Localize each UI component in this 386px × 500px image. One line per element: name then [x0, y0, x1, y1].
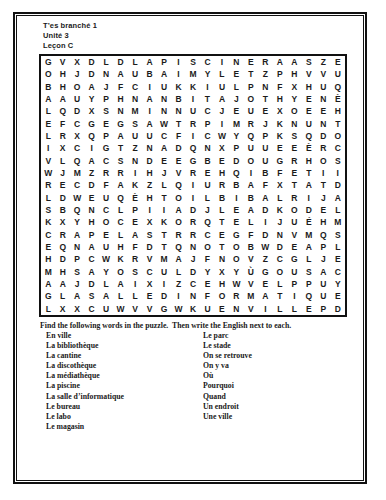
grid-cell-r12c5: U	[99, 192, 113, 204]
grid-cell-r20c13: O	[215, 290, 229, 302]
grid-cell-r6c7: S	[128, 118, 142, 130]
grid-cell-r15c11: R	[186, 229, 200, 241]
grid-cell-r6c5: E	[99, 118, 113, 130]
unit-label: Unité 3	[43, 31, 97, 41]
grid-cell-r11c2: E	[55, 179, 69, 191]
grid-cell-r3c6: F	[113, 81, 127, 93]
grid-cell-r15c21: S	[331, 229, 345, 241]
grid-cell-r1c10: I	[171, 56, 185, 68]
grid-cell-r17c16: Z	[258, 253, 272, 265]
grid-cell-r13c19: D	[302, 204, 316, 216]
grid-cell-r6c1: E	[41, 118, 55, 130]
grid-cell-r15c19: M	[302, 229, 316, 241]
grid-cell-r10c15: I	[244, 167, 258, 179]
grid-cell-r2c19: V	[302, 68, 316, 80]
grid-cell-r10c20: I	[316, 167, 330, 179]
grid-cell-r14c19: É	[302, 216, 316, 228]
grid-cell-r18c1: M	[41, 266, 55, 278]
grid-cell-r18c12: Y	[200, 266, 214, 278]
grid-cell-r5c8: I	[142, 105, 156, 117]
grid-cell-r4c16: T	[258, 93, 272, 105]
grid-cell-r5c16: E	[258, 105, 272, 117]
grid-cell-r10c17: F	[273, 167, 287, 179]
grid-cell-r21c12: U	[200, 303, 214, 315]
grid-cell-r16c12: O	[200, 241, 214, 253]
grid-cell-r6c14: M	[229, 118, 243, 130]
grid-cell-r21c5: U	[99, 303, 113, 315]
grid-cell-r3c10: K	[171, 81, 185, 93]
grid-cell-r21c21: D	[331, 303, 345, 315]
grid-cell-r1c6: D	[113, 56, 127, 68]
grid-cell-r18c2: H	[55, 266, 69, 278]
grid-cell-r3c5: J	[99, 81, 113, 93]
grid-cell-r12c19: I	[302, 192, 316, 204]
grid-cell-r19c2: A	[55, 278, 69, 290]
word-list-left-item-9: Le labo	[46, 412, 124, 422]
grid-cell-r21c9: G	[157, 303, 171, 315]
grid-cell-r7c17: K	[273, 130, 287, 142]
grid-cell-r8c13: X	[215, 142, 229, 154]
grid-cell-r17c11: J	[186, 253, 200, 265]
grid-cell-r9c19: H	[302, 155, 316, 167]
grid-cell-r9c5: C	[99, 155, 113, 167]
grid-cell-r11c20: T	[316, 179, 330, 191]
grid-cell-r20c14: R	[229, 290, 243, 302]
grid-cell-r4c14: J	[229, 93, 243, 105]
grid-cell-r2c10: I	[171, 68, 185, 80]
grid-cell-r17c19: L	[302, 253, 316, 265]
grid-cell-r5c10: N	[171, 105, 185, 117]
grid-cell-r20c20: U	[316, 290, 330, 302]
grid-cell-r3c2: H	[55, 81, 69, 93]
grid-cell-r19c15: V	[244, 278, 258, 290]
grid-cell-r15c18: V	[287, 229, 301, 241]
grid-cell-r5c2: Q	[55, 105, 69, 117]
grid-cell-r7c5: P	[99, 130, 113, 142]
grid-cell-r4c8: A	[142, 93, 156, 105]
grid-cell-r14c13: T	[215, 216, 229, 228]
grid-cell-r11c5: F	[99, 179, 113, 191]
grid-cell-r1c13: I	[215, 56, 229, 68]
grid-cell-r4c21: È	[331, 93, 345, 105]
grid-cell-r20c15: M	[244, 290, 258, 302]
grid-cell-r7c15: Q	[244, 130, 258, 142]
grid-cell-r18c7: S	[128, 266, 142, 278]
grid-cell-r17c4: C	[84, 253, 98, 265]
worksheet-header: T’es branché 1 Unité 3 Leçon C	[43, 21, 97, 51]
word-list-right-item-5: Où	[203, 371, 252, 381]
grid-cell-r5c17: X	[273, 105, 287, 117]
grid-cell-r17c18: G	[287, 253, 301, 265]
grid-cell-r7c11: I	[186, 130, 200, 142]
grid-cell-r10c6: R	[113, 167, 127, 179]
grid-cell-r15c12: C	[200, 229, 214, 241]
grid-cell-r4c4: Y	[84, 93, 98, 105]
word-list-left-item-3: La cantine	[46, 351, 124, 361]
grid-cell-r4c17: H	[273, 93, 287, 105]
grid-cell-r19c6: A	[113, 278, 127, 290]
grid-cell-r15c5: E	[99, 229, 113, 241]
grid-cell-r12c6: Q	[113, 192, 127, 204]
grid-cell-r11c18: T	[287, 179, 301, 191]
grid-cell-r16c18: E	[287, 241, 301, 253]
grid-cell-r5c5: S	[99, 105, 113, 117]
grid-cell-r1c15: E	[244, 56, 258, 68]
grid-cell-r13c16: D	[258, 204, 272, 216]
word-list-left-item-1: En ville	[46, 331, 124, 341]
grid-cell-r16c4: A	[84, 241, 98, 253]
grid-cell-r17c17: C	[273, 253, 287, 265]
grid-cell-r18c13: X	[215, 266, 229, 278]
word-list-right-item-7: Quand	[203, 392, 252, 402]
grid-cell-r16c2: Q	[55, 241, 69, 253]
grid-cell-r6c15: R	[244, 118, 258, 130]
grid-cell-r10c7: I	[128, 167, 142, 179]
grid-cell-r10c18: E	[287, 167, 301, 179]
grid-cell-r7c14: Y	[229, 130, 243, 142]
grid-cell-r21c4: C	[84, 303, 98, 315]
grid-cell-r21c14: N	[229, 303, 243, 315]
grid-cell-r19c3: J	[70, 278, 84, 290]
grid-cell-r6c8: A	[142, 118, 156, 130]
grid-cell-r13c7: P	[128, 204, 142, 216]
grid-cell-r11c17: X	[273, 179, 287, 191]
grid-cell-r14c1: K	[41, 216, 55, 228]
grid-cell-r7c21: O	[331, 130, 345, 142]
grid-cell-r2c5: N	[99, 68, 113, 80]
grid-cell-r18c6: O	[113, 266, 127, 278]
grid-cell-r19c7: I	[128, 278, 142, 290]
grid-cell-r14c7: E	[128, 216, 142, 228]
grid-cell-r6c17: K	[273, 118, 287, 130]
word-list-right-item-1: Le parc	[203, 331, 252, 341]
word-list-left-item-6: La piscine	[46, 381, 124, 391]
grid-cell-r11c1: R	[41, 179, 55, 191]
grid-cell-r4c7: N	[128, 93, 142, 105]
grid-cell-r11c7: K	[128, 179, 142, 191]
grid-cell-r3c7: C	[128, 81, 142, 93]
grid-cell-r9c20: O	[316, 155, 330, 167]
grid-cell-r1c14: N	[229, 56, 243, 68]
grid-cell-r10c4: Z	[84, 167, 98, 179]
grid-cell-r14c5: O	[99, 216, 113, 228]
grid-cell-r5c21: H	[331, 105, 345, 117]
grid-cell-r13c10: A	[171, 204, 185, 216]
grid-cell-r10c9: J	[157, 167, 171, 179]
grid-cell-r12c21: A	[331, 192, 345, 204]
grid-cell-r3c9: U	[157, 81, 171, 93]
grid-cell-r9c11: G	[186, 155, 200, 167]
grid-cell-r6c11: R	[186, 118, 200, 130]
grid-cell-r9c17: G	[273, 155, 287, 167]
grid-cell-r21c13: E	[215, 303, 229, 315]
grid-cell-r6c12: P	[200, 118, 214, 130]
grid-cell-r11c12: U	[200, 179, 214, 191]
word-list-left-item-4: La discothèque	[46, 361, 124, 371]
worksheet-page: T’es branché 1 Unité 3 Leçon C GVXDLDLAP…	[0, 0, 386, 500]
grid-cell-r4c13: A	[215, 93, 229, 105]
grid-cell-r8c1: I	[41, 142, 55, 154]
grid-cell-r10c12: E	[200, 167, 214, 179]
grid-cell-r11c16: F	[258, 179, 272, 191]
grid-cell-r4c3: U	[70, 93, 84, 105]
grid-cell-r21c8: V	[142, 303, 156, 315]
word-list-right-item-8: Un endroit	[203, 402, 252, 412]
grid-cell-r4c18: Y	[287, 93, 301, 105]
grid-cell-r6c6: G	[113, 118, 127, 130]
grid-cell-r6c20: N	[316, 118, 330, 130]
grid-cell-r17c2: D	[55, 253, 69, 265]
grid-cell-r15c1: C	[41, 229, 55, 241]
book-title: T’es branché 1	[43, 21, 97, 31]
grid-cell-r17c6: K	[113, 253, 127, 265]
grid-cell-r6c9: W	[157, 118, 171, 130]
grid-cell-r8c18: E	[287, 142, 301, 154]
grid-cell-r19c5: L	[99, 278, 113, 290]
grid-cell-r8c14: P	[229, 142, 243, 154]
grid-cell-r2c13: L	[215, 68, 229, 80]
grid-cell-r12c12: L	[200, 192, 214, 204]
grid-cell-r4c5: P	[99, 93, 113, 105]
grid-cell-r17c12: F	[200, 253, 214, 265]
grid-cell-r15c13: E	[215, 229, 229, 241]
grid-cell-r4c11: I	[186, 93, 200, 105]
grid-cell-r16c11: N	[186, 241, 200, 253]
grid-cell-r15c10: R	[171, 229, 185, 241]
grid-cell-r2c18: H	[287, 68, 301, 80]
grid-cell-r13c11: D	[186, 204, 200, 216]
grid-cell-r1c21: E	[331, 56, 345, 68]
grid-cell-r3c3: O	[70, 81, 84, 93]
grid-cell-r16c17: D	[273, 241, 287, 253]
grid-cell-r18c17: O	[273, 266, 287, 278]
grid-cell-r8c19: È	[302, 142, 316, 154]
word-search-grid: GVXDLDLAPISCINERAASZEOHJDNAUBAIMYLETZPHV…	[39, 54, 347, 317]
grid-cell-r9c8: D	[142, 155, 156, 167]
word-list-right-item-9: Une ville	[203, 412, 252, 422]
grid-cell-r16c5: U	[99, 241, 113, 253]
grid-cell-r4c6: H	[113, 93, 127, 105]
grid-cell-r13c2: B	[55, 204, 69, 216]
grid-cell-r7c9: C	[157, 130, 171, 142]
grid-cell-r20c3: A	[70, 290, 84, 302]
grid-cell-r21c20: P	[316, 303, 330, 315]
grid-cell-r9c9: E	[157, 155, 171, 167]
grid-cell-r3c8: I	[142, 81, 156, 93]
grid-cell-r18c21: C	[331, 266, 345, 278]
grid-cell-r6c19: U	[302, 118, 316, 130]
grid-cell-r15c9: T	[157, 229, 171, 241]
grid-cell-r12c7: È	[128, 192, 142, 204]
grid-cell-r20c6: L	[113, 290, 127, 302]
grid-cell-r20c4: S	[84, 290, 98, 302]
grid-cell-r10c10: V	[171, 167, 185, 179]
grid-cell-r12c14: I	[229, 192, 243, 204]
grid-cell-r15c6: L	[113, 229, 127, 241]
grid-cell-r17c15: V	[244, 253, 258, 265]
grid-cell-r10c21: I	[331, 167, 345, 179]
grid-cell-r16c7: F	[128, 241, 142, 253]
grid-cell-r12c10: O	[171, 192, 185, 204]
grid-cell-r10c2: J	[55, 167, 69, 179]
grid-cell-r10c5: R	[99, 167, 113, 179]
grid-cell-r16c10: Q	[171, 241, 185, 253]
grid-cell-r21c11: K	[186, 303, 200, 315]
grid-cell-r11c10: Q	[171, 179, 185, 191]
grid-cell-r2c6: A	[113, 68, 127, 80]
grid-cell-r2c7: U	[128, 68, 142, 80]
grid-cell-r15c17: N	[273, 229, 287, 241]
grid-cell-r20c17: T	[273, 290, 287, 302]
grid-cell-r10c11: R	[186, 167, 200, 179]
grid-cell-r21c3: X	[70, 303, 84, 315]
grid-cell-r10c1: W	[41, 167, 55, 179]
grid-cell-r14c18: U	[287, 216, 301, 228]
word-list-left-item-5: La médiathèque	[46, 371, 124, 381]
grid-cell-r13c18: O	[287, 204, 301, 216]
grid-cell-r1c4: D	[84, 56, 98, 68]
grid-cell-r6c16: J	[258, 118, 272, 130]
grid-cell-r18c15: Ù	[244, 266, 258, 278]
grid-cell-r12c20: J	[316, 192, 330, 204]
grid-cell-r19c4: D	[84, 278, 98, 290]
grid-cell-r11c21: D	[331, 179, 345, 191]
grid-cell-r12c3: W	[70, 192, 84, 204]
grid-cell-r1c18: A	[287, 56, 301, 68]
grid-cell-r8c9: A	[157, 142, 171, 154]
grid-cell-r5c13: J	[215, 105, 229, 117]
grid-cell-r15c2: R	[55, 229, 69, 241]
grid-cell-r20c11: N	[186, 290, 200, 302]
grid-cell-r7c12: C	[200, 130, 214, 142]
grid-cell-r21c17: L	[273, 303, 287, 315]
grid-cell-r1c9: P	[157, 56, 171, 68]
grid-cell-r13c4: N	[84, 204, 98, 216]
grid-cell-r13c21: L	[331, 204, 345, 216]
grid-cell-r17c10: A	[171, 253, 185, 265]
grid-cell-r17c1: H	[41, 253, 55, 265]
grid-cell-r8c7: Z	[128, 142, 142, 154]
grid-cell-r16c19: A	[302, 241, 316, 253]
grid-cell-r11c14: B	[229, 179, 243, 191]
grid-cell-r15c16: D	[258, 229, 272, 241]
grid-cell-r12c15: B	[244, 192, 258, 204]
grid-cell-r1c8: A	[142, 56, 156, 68]
grid-cell-r5c14: E	[229, 105, 243, 117]
grid-cell-r7c19: Q	[302, 130, 316, 142]
grid-cell-r14c17: J	[273, 216, 287, 228]
grid-cell-r16c20: P	[316, 241, 330, 253]
grid-cell-r2c20: V	[316, 68, 330, 80]
grid-cell-r2c11: M	[186, 68, 200, 80]
grid-cell-r2c16: Z	[258, 68, 272, 80]
grid-cell-r10c19: T	[302, 167, 316, 179]
grid-cell-r13c12: J	[200, 204, 214, 216]
grid-cell-r9c13: E	[215, 155, 229, 167]
grid-cell-r19c9: I	[157, 278, 171, 290]
word-list-right-item-3: On se retrouve	[203, 351, 252, 361]
lesson-label: Leçon C	[43, 41, 97, 51]
grid-cell-r14c6: C	[113, 216, 127, 228]
word-list-left-column: En villeLa bibliothèqueLa cantineLa disc…	[46, 331, 124, 432]
grid-cell-r20c12: F	[200, 290, 214, 302]
grid-cell-r8c6: T	[113, 142, 127, 154]
grid-cell-r19c1: A	[41, 278, 55, 290]
grid-cell-r14c11: R	[186, 216, 200, 228]
grid-cell-r17c21: E	[331, 253, 345, 265]
grid-cell-r7c6: A	[113, 130, 127, 142]
grid-cell-r9c16: U	[258, 155, 272, 167]
grid-cell-r20c10: I	[171, 290, 185, 302]
grid-cell-r2c17: P	[273, 68, 287, 80]
grid-cell-r8c2: X	[55, 142, 69, 154]
grid-cell-r14c12: Q	[200, 216, 214, 228]
grid-cell-r19c19: P	[302, 278, 316, 290]
grid-cell-r19c14: W	[229, 278, 243, 290]
grid-cell-r19c8: X	[142, 278, 156, 290]
grid-cell-r8c5: G	[99, 142, 113, 154]
grid-cell-r8c15: U	[244, 142, 258, 154]
grid-cell-r20c9: D	[157, 290, 171, 302]
grid-cell-r4c9: N	[157, 93, 171, 105]
grid-cell-r5c15: U	[244, 105, 258, 117]
grid-cell-r7c4: Q	[84, 130, 98, 142]
grid-cell-r3c19: H	[302, 81, 316, 93]
grid-cell-r8c21: C	[331, 142, 345, 154]
grid-cell-r16c15: B	[244, 241, 258, 253]
grid-cell-r6c2: F	[55, 118, 69, 130]
grid-cell-r13c8: I	[142, 204, 156, 216]
grid-cell-r14c2: X	[55, 216, 69, 228]
grid-cell-r1c17: A	[273, 56, 287, 68]
grid-cell-r17c20: J	[316, 253, 330, 265]
grid-cell-r14c20: H	[316, 216, 330, 228]
grid-cell-r3c11: K	[186, 81, 200, 93]
grid-cell-r8c16: U	[258, 142, 272, 154]
grid-cell-r18c14: Y	[229, 266, 243, 278]
grid-cell-r1c19: S	[302, 56, 316, 68]
grid-cell-r2c3: J	[70, 68, 84, 80]
grid-cell-r15c20: Q	[316, 229, 330, 241]
grid-cell-r8c8: N	[142, 142, 156, 154]
grid-cell-r17c14: O	[229, 253, 243, 265]
grid-cell-r2c2: H	[55, 68, 69, 80]
grid-cell-r19c18: P	[287, 278, 301, 290]
grid-cell-r13c3: Q	[70, 204, 84, 216]
grid-cell-r5c1: L	[41, 105, 55, 117]
grid-cell-r21c6: W	[113, 303, 127, 315]
grid-cell-r16c21: L	[331, 241, 345, 253]
grid-cell-r4c12: T	[200, 93, 214, 105]
grid-cell-r13c6: L	[113, 204, 127, 216]
grid-cell-r13c5: C	[99, 204, 113, 216]
grid-cell-r11c13: R	[215, 179, 229, 191]
grid-cell-r18c10: L	[171, 266, 185, 278]
grid-cell-r3c14: L	[229, 81, 243, 93]
grid-cell-r5c12: C	[200, 105, 214, 117]
grid-cell-r12c13: B	[215, 192, 229, 204]
grid-cell-r14c15: L	[244, 216, 258, 228]
grid-cell-r9c15: O	[244, 155, 258, 167]
grid-cell-r18c18: U	[287, 266, 301, 278]
grid-cell-r20c8: E	[142, 290, 156, 302]
grid-cell-r5c9: N	[157, 105, 171, 117]
grid-cell-r14c8: X	[142, 216, 156, 228]
grid-cell-r13c20: E	[316, 204, 330, 216]
grid-cell-r3c17: F	[273, 81, 287, 93]
grid-cell-r9c1: V	[41, 155, 55, 167]
grid-cell-r8c12: N	[200, 142, 214, 154]
